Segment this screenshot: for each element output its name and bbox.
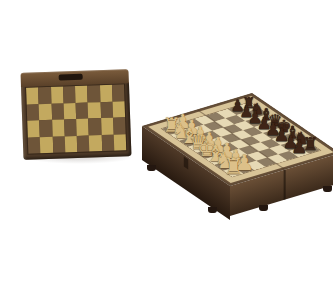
- box-square: [77, 135, 90, 152]
- box-square: [39, 120, 52, 137]
- box-checker-grid: [26, 84, 126, 153]
- box-square: [76, 102, 89, 119]
- box-handle-slot-icon: [59, 74, 83, 81]
- box-square: [63, 103, 76, 120]
- board-foot-icon: [147, 165, 156, 171]
- box-square: [112, 101, 125, 118]
- closed-chess-box: [21, 69, 132, 160]
- box-square: [99, 85, 112, 102]
- box-square: [51, 103, 64, 120]
- box-square: [27, 104, 40, 121]
- box-square: [64, 119, 77, 136]
- box-square: [38, 87, 51, 104]
- box-square: [63, 86, 76, 103]
- box-square: [26, 87, 39, 104]
- box-square: [88, 102, 101, 119]
- board-foot-icon: [259, 205, 268, 211]
- box-square: [112, 84, 125, 101]
- hinge-seam-icon: [284, 169, 286, 200]
- box-square: [100, 101, 113, 118]
- box-latch-icon: [184, 157, 188, 170]
- box-square: [75, 86, 88, 103]
- box-square: [113, 134, 126, 151]
- box-square: [28, 137, 41, 154]
- box-front-face: [21, 82, 132, 160]
- board-foot-icon: [323, 186, 332, 192]
- box-square: [76, 119, 89, 136]
- product-photo-scene: ♜♞♝♛♚♝♞♜♟♟♟♟♟♟♟♟♟♟♟♟♟♟♟♟♜♞♝♛♚♝♞♜: [0, 0, 333, 285]
- box-square: [101, 134, 114, 151]
- box-square: [27, 120, 40, 137]
- box-square: [64, 135, 77, 152]
- box-square: [52, 119, 65, 136]
- box-square: [113, 117, 126, 134]
- box-square: [40, 136, 53, 153]
- box-square: [51, 86, 64, 103]
- box-square: [89, 135, 102, 152]
- box-square: [39, 103, 52, 120]
- box-square: [87, 85, 100, 102]
- box-square: [101, 118, 114, 135]
- board-foot-icon: [208, 207, 217, 213]
- box-square: [88, 118, 101, 135]
- box-square: [52, 136, 65, 153]
